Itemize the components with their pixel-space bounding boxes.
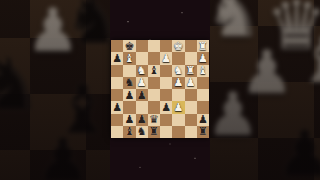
video-center-column: ♚♚♜♟♝♟♟♞♝♞♜♝♞♟♟♟♟♟♟♟♟♟♟♛♟♝♞♜♜	[110, 0, 210, 180]
square-a2[interactable]	[111, 114, 123, 126]
square-e5[interactable]	[160, 77, 172, 89]
square-b1[interactable]: ♝	[123, 126, 135, 138]
square-b7[interactable]: ♝	[123, 52, 135, 64]
white-king: ♚	[173, 40, 183, 51]
white-rook: ♜	[198, 40, 208, 51]
square-b5[interactable]: ♞	[123, 77, 135, 89]
white-bishop: ♝	[124, 52, 134, 63]
square-b3[interactable]	[123, 101, 135, 113]
square-f1[interactable]	[172, 126, 184, 138]
square-h2[interactable]: ♟	[197, 114, 209, 126]
square-h8[interactable]: ♜	[197, 40, 209, 52]
square-d8[interactable]	[148, 40, 160, 52]
square-h6[interactable]: ♝	[197, 65, 209, 77]
square-f2[interactable]	[172, 114, 184, 126]
white-pawn: ♟	[161, 52, 171, 63]
square-d3[interactable]	[148, 101, 160, 113]
square-c1[interactable]: ♞	[136, 126, 148, 138]
square-a6[interactable]	[111, 65, 123, 77]
square-c2[interactable]: ♟	[136, 114, 148, 126]
square-d7[interactable]	[148, 52, 160, 64]
white-pawn: ♟	[186, 77, 196, 88]
square-a8[interactable]	[111, 40, 123, 52]
black-queen: ♛	[149, 114, 159, 125]
square-h5[interactable]	[197, 77, 209, 89]
square-h3[interactable]	[197, 101, 209, 113]
square-g7[interactable]	[185, 52, 197, 64]
square-c7[interactable]	[136, 52, 148, 64]
square-b6[interactable]	[123, 65, 135, 77]
black-knight: ♞	[124, 77, 134, 88]
square-e8[interactable]	[160, 40, 172, 52]
blurred-black-pawn-icon: ♟	[36, 130, 90, 180]
blurred-white-pawn-icon: ♟	[210, 84, 260, 144]
square-e4[interactable]	[160, 89, 172, 101]
black-bishop: ♝	[124, 126, 134, 137]
black-rook: ♜	[198, 126, 208, 137]
square-g2[interactable]	[185, 114, 197, 126]
blurred-black-knight-icon: ♞	[0, 48, 43, 120]
square-d1[interactable]: ♜	[148, 126, 160, 138]
square-f3[interactable]: ♟	[172, 101, 184, 113]
black-rook: ♜	[149, 126, 159, 137]
black-pawn: ♟	[112, 52, 122, 63]
square-e7[interactable]: ♟	[160, 52, 172, 64]
blurred-black-pawn-icon: ♟	[276, 122, 320, 180]
blurred-backdrop-left: ♟♞♞♝♟	[0, 0, 110, 180]
square-g3[interactable]	[185, 101, 197, 113]
black-pawn: ♟	[198, 114, 208, 125]
square-f7[interactable]	[172, 52, 184, 64]
square-c3[interactable]	[136, 101, 148, 113]
white-pawn: ♟	[137, 77, 147, 88]
square-e6[interactable]	[160, 65, 172, 77]
square-b4[interactable]: ♟	[123, 89, 135, 101]
square-a1[interactable]	[111, 126, 123, 138]
black-pawn: ♟	[137, 114, 147, 125]
square-d2[interactable]: ♛	[148, 114, 160, 126]
square-d6[interactable]: ♝	[148, 65, 160, 77]
square-a7[interactable]: ♟	[111, 52, 123, 64]
square-f6[interactable]: ♞	[172, 65, 184, 77]
blurred-black-knight-icon: ♞	[64, 0, 110, 54]
square-c5[interactable]: ♟	[136, 77, 148, 89]
square-c4[interactable]: ♟	[136, 89, 148, 101]
video-frame: ♟♞♞♝♟ ♚♚♜♟♝♟♟♞♝♞♜♝♞♟♟♟♟♟♟♟♟♟♟♛♟♝♞♜♜ ♞♛♝♟…	[0, 0, 320, 180]
square-g4[interactable]	[185, 89, 197, 101]
square-g1[interactable]	[185, 126, 197, 138]
square-a5[interactable]	[111, 77, 123, 89]
square-g5[interactable]: ♟	[185, 77, 197, 89]
square-h4[interactable]	[197, 89, 209, 101]
white-knight: ♞	[173, 65, 183, 76]
square-h1[interactable]: ♜	[197, 126, 209, 138]
square-b8[interactable]: ♚	[123, 40, 135, 52]
black-king: ♚	[124, 40, 134, 51]
square-e1[interactable]	[160, 126, 172, 138]
square-d4[interactable]	[148, 89, 160, 101]
white-rook: ♜	[186, 65, 196, 76]
white-knight: ♞	[137, 65, 147, 76]
black-bishop: ♝	[149, 65, 159, 76]
square-b2[interactable]: ♟	[123, 114, 135, 126]
square-c6[interactable]: ♞	[136, 65, 148, 77]
white-pawn: ♟	[173, 77, 183, 88]
blurred-white-bishop-icon: ♝	[296, 28, 320, 92]
white-pawn: ♟	[198, 52, 208, 63]
square-f4[interactable]	[172, 89, 184, 101]
square-c8[interactable]	[136, 40, 148, 52]
blurred-backdrop-right: ♞♛♝♟♟♟	[210, 0, 320, 180]
black-pawn: ♟	[161, 101, 171, 112]
square-d5[interactable]	[148, 77, 160, 89]
white-bishop: ♝	[198, 65, 208, 76]
square-h7[interactable]: ♟	[197, 52, 209, 64]
black-pawn: ♟	[112, 101, 122, 112]
square-f5[interactable]: ♟	[172, 77, 184, 89]
chess-board: ♚♚♜♟♝♟♟♞♝♞♜♝♞♟♟♟♟♟♟♟♟♟♟♛♟♝♞♜♜	[111, 40, 209, 138]
square-e2[interactable]	[160, 114, 172, 126]
black-pawn: ♟	[137, 89, 147, 100]
square-e3[interactable]: ♟	[160, 101, 172, 113]
square-g6[interactable]: ♜	[185, 65, 197, 77]
square-a4[interactable]	[111, 89, 123, 101]
square-a3[interactable]: ♟	[111, 101, 123, 113]
white-pawn: ♟	[173, 101, 183, 112]
black-pawn: ♟	[124, 89, 134, 100]
black-knight: ♞	[137, 126, 147, 137]
square-g8[interactable]	[185, 40, 197, 52]
square-f8[interactable]: ♚	[172, 40, 184, 52]
black-pawn: ♟	[124, 114, 134, 125]
